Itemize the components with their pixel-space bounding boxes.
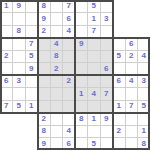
sudoku-cell-empty[interactable] (113, 113, 126, 126)
sudoku-cell-given[interactable]: 4 (88, 88, 101, 101)
outside-area (125, 0, 138, 13)
grid-line-thin (125, 37, 126, 150)
sudoku-cell-given[interactable]: 1 (75, 88, 88, 101)
sudoku-cell-given[interactable]: 1 (88, 13, 101, 26)
grid-line-thin (0, 25, 113, 26)
sudoku-cell-given[interactable]: 3 (13, 75, 26, 88)
box-border-thick (112, 0, 114, 150)
sudoku-cell-empty[interactable] (50, 125, 63, 138)
outside-area (13, 138, 26, 151)
grid-line-thin (25, 0, 26, 113)
grid-line-thin (137, 37, 138, 150)
sudoku-cell-empty[interactable] (88, 38, 101, 51)
sudoku-cell-given[interactable]: 8 (38, 125, 51, 138)
sudoku-cell-given[interactable]: 8 (75, 113, 88, 126)
sudoku-cell-given[interactable]: 5 (113, 50, 126, 63)
sudoku-cell-given[interactable]: 4 (50, 38, 63, 51)
sudoku-cell-given[interactable]: 6 (125, 38, 138, 51)
sudoku-cell-empty[interactable] (50, 75, 63, 88)
box-border-thick (0, 0, 114, 2)
sudoku-cell-empty[interactable] (125, 88, 138, 101)
sudoku-cell-empty[interactable] (50, 113, 63, 126)
sudoku-cell-empty[interactable] (88, 125, 101, 138)
sudoku-cell-empty[interactable] (38, 75, 51, 88)
box-border-thick (0, 0, 2, 114)
sudoku-cell-empty[interactable] (75, 13, 88, 26)
sudoku-cell-empty[interactable] (13, 50, 26, 63)
sudoku-cell-empty[interactable] (113, 88, 126, 101)
outside-area (0, 113, 13, 126)
sudoku-cell-empty[interactable] (13, 88, 26, 101)
sudoku-cell-empty[interactable] (13, 38, 26, 51)
sudoku-cell-given[interactable]: 2 (125, 50, 138, 63)
box-border-thick (37, 148, 151, 150)
sudoku-cell-empty[interactable] (50, 13, 63, 26)
sudoku-cell-empty[interactable] (13, 13, 26, 26)
outside-area (138, 13, 151, 26)
sudoku-cell-given[interactable]: 8 (50, 50, 63, 63)
outside-area (0, 125, 13, 138)
sudoku-cell-empty[interactable] (38, 88, 51, 101)
sudoku-cell-empty[interactable] (88, 50, 101, 63)
sudoku-cell-empty[interactable] (38, 38, 51, 51)
outside-area (113, 0, 126, 13)
sudoku-cell-given[interactable]: 2 (38, 113, 51, 126)
sudoku-cell-given[interactable]: 2 (113, 125, 126, 138)
sudoku-cell-empty[interactable] (88, 75, 101, 88)
grid-line-thin (0, 12, 113, 13)
sudoku-cell-empty[interactable] (75, 75, 88, 88)
outside-area (0, 138, 13, 151)
sudoku-cell-given[interactable]: 6 (113, 75, 126, 88)
box-border-thick (148, 37, 150, 151)
sudoku-cell-empty[interactable] (75, 50, 88, 63)
twin-sudoku-board: 1987596138247749625852492663264314775117… (0, 0, 150, 150)
outside-area (13, 125, 26, 138)
sudoku-cell-empty[interactable] (125, 125, 138, 138)
sudoku-cell-empty[interactable] (113, 38, 126, 51)
sudoku-cell-given[interactable]: 9 (75, 38, 88, 51)
grid-line-thin (37, 137, 150, 138)
box-border-thick (0, 112, 150, 114)
outside-area (138, 0, 151, 13)
sudoku-cell-empty[interactable] (50, 88, 63, 101)
outside-area (13, 113, 26, 126)
sudoku-cell-given[interactable]: 9 (38, 13, 51, 26)
sudoku-cell-given[interactable]: 1 (88, 113, 101, 126)
sudoku-cell-given[interactable]: 4 (125, 75, 138, 88)
box-border-thick (0, 74, 150, 76)
sudoku-cell-empty[interactable] (125, 113, 138, 126)
sudoku-cell-empty[interactable] (75, 125, 88, 138)
sudoku-cell-empty[interactable] (38, 50, 51, 63)
grid-line-thin (12, 0, 13, 113)
grid-line-thin (37, 125, 150, 126)
outside-area (125, 13, 138, 26)
outside-area (113, 13, 126, 26)
